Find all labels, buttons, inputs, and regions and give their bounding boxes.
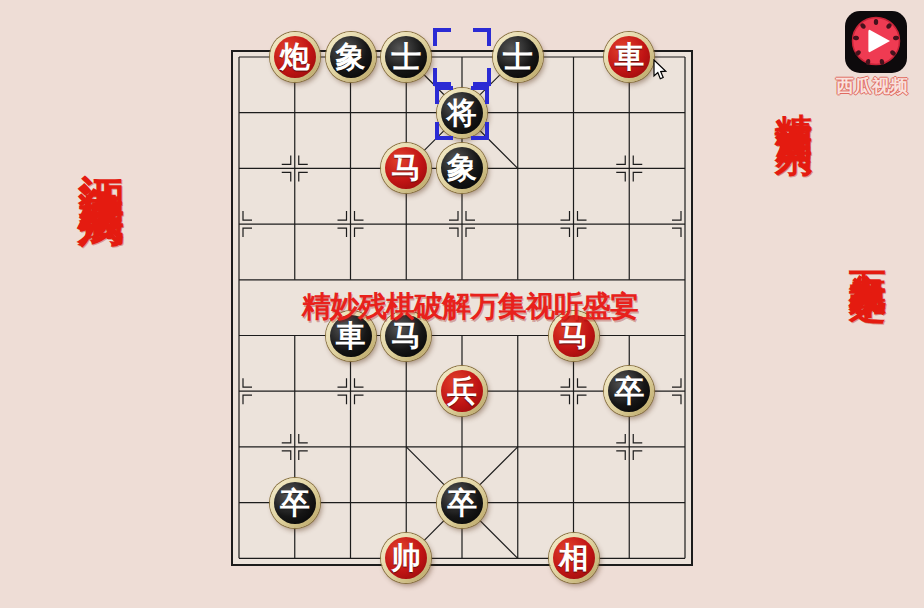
piece-red-chariot[interactable]: 車 — [604, 32, 654, 82]
piece-disc: 帅 — [385, 537, 427, 579]
piece-black-elephant[interactable]: 象 — [326, 32, 376, 82]
piece-glyph: 士 — [391, 42, 421, 72]
piece-disc: 士 — [385, 36, 427, 78]
piece-disc: 象 — [441, 147, 483, 189]
left-banner-text: 江湖象棋残局 — [70, 138, 132, 174]
piece-red-soldier[interactable]: 兵 — [437, 366, 487, 416]
piece-disc: 象 — [330, 36, 372, 78]
piece-glyph: 象 — [447, 153, 477, 183]
piece-glyph: 帅 — [391, 543, 421, 573]
piece-glyph: 卒 — [614, 376, 644, 406]
piece-disc: 马 — [385, 147, 427, 189]
piece-glyph: 士 — [503, 42, 533, 72]
piece-black-advisor[interactable]: 士 — [493, 32, 543, 82]
piece-black-soldier[interactable]: 卒 — [270, 478, 320, 528]
piece-red-elephant[interactable]: 相 — [549, 533, 599, 583]
piece-glyph: 卒 — [447, 488, 477, 518]
piece-disc: 兵 — [441, 370, 483, 412]
piece-black-soldier[interactable]: 卒 — [604, 366, 654, 416]
piece-disc: 卒 — [441, 482, 483, 524]
piece-glyph: 马 — [391, 153, 421, 183]
right-banner-secondary-text: 万集视频发布之中 — [842, 242, 892, 258]
mouse-cursor-icon — [653, 59, 668, 81]
xigua-video-logo-icon — [845, 11, 907, 73]
piece-disc: 車 — [608, 36, 650, 78]
piece-glyph: 兵 — [447, 376, 477, 406]
piece-disc: 卒 — [608, 370, 650, 412]
piece-disc: 将 — [441, 92, 483, 134]
marker-corner — [473, 28, 491, 46]
marker-corner — [433, 28, 451, 46]
piece-red-general[interactable]: 帅 — [381, 533, 431, 583]
piece-disc: 士 — [497, 36, 539, 78]
watermark-text: 精妙残棋破解万集视听盛宴 — [302, 287, 638, 327]
piece-red-cannon[interactable]: 炮 — [270, 32, 320, 82]
video-frame: 江湖象棋残局 精讲江湖百局系列 万集视频发布之中 炮象士士車将马象車马马兵卒卒卒… — [0, 0, 924, 608]
piece-glyph: 象 — [336, 42, 366, 72]
piece-glyph: 将 — [447, 98, 477, 128]
piece-glyph: 卒 — [280, 488, 310, 518]
piece-disc: 相 — [553, 537, 595, 579]
piece-glyph: 相 — [559, 543, 589, 573]
piece-glyph: 炮 — [280, 42, 310, 72]
piece-disc: 炮 — [274, 36, 316, 78]
piece-black-advisor[interactable]: 士 — [381, 32, 431, 82]
piece-black-general[interactable]: 将 — [437, 88, 487, 138]
piece-glyph: 車 — [614, 42, 644, 72]
piece-black-elephant[interactable]: 象 — [437, 143, 487, 193]
right-banner-primary-text: 精讲江湖百局系列 — [768, 84, 818, 116]
logo-caption-text: 西瓜视频 — [830, 74, 914, 98]
piece-red-horse[interactable]: 马 — [381, 143, 431, 193]
piece-disc: 卒 — [274, 482, 316, 524]
piece-black-soldier[interactable]: 卒 — [437, 478, 487, 528]
